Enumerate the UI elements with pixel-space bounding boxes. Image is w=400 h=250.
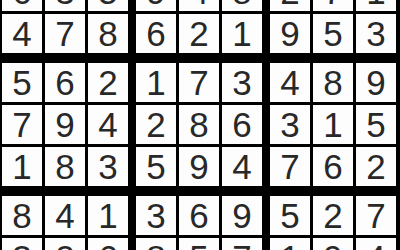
cell-r8c6: 7 xyxy=(222,238,262,250)
cell-r5c8: 1 xyxy=(313,105,353,144)
sudoku-board: 6359482714786219535621734897942863151835… xyxy=(0,0,400,250)
cell-r8c1: 3 xyxy=(2,238,42,250)
cell-r3c6: 1 xyxy=(222,14,262,53)
board-row-8: 326857194 xyxy=(2,238,396,250)
cell-r6c9: 2 xyxy=(356,147,396,186)
cell-r6c3: 3 xyxy=(88,147,128,186)
cell-r4c8: 8 xyxy=(313,63,353,102)
sudoku-screenshot-viewport: 6359482714786219535621734897942863151835… xyxy=(0,0,400,250)
cell-r3c4: 6 xyxy=(136,14,176,53)
cell-r4c1: 5 xyxy=(2,63,42,102)
cell-r5c2: 9 xyxy=(45,105,85,144)
cell-r3c1: 4 xyxy=(2,14,42,53)
cell-r7c8: 2 xyxy=(313,196,353,235)
cell-r7c6: 9 xyxy=(222,196,262,235)
cell-r2c9: 1 xyxy=(356,0,396,11)
cell-r5c3: 4 xyxy=(88,105,128,144)
cell-r7c3: 1 xyxy=(88,196,128,235)
cell-r5c6: 6 xyxy=(222,105,262,144)
cell-r7c7: 5 xyxy=(270,196,310,235)
cell-r2c2: 3 xyxy=(45,0,85,11)
cell-r4c3: 2 xyxy=(88,63,128,102)
cell-r6c7: 7 xyxy=(270,147,310,186)
cell-r3c2: 7 xyxy=(45,14,85,53)
cell-r6c2: 8 xyxy=(45,147,85,186)
cell-r7c2: 4 xyxy=(45,196,85,235)
cell-r7c5: 6 xyxy=(179,196,219,235)
cell-r7c4: 3 xyxy=(136,196,176,235)
cell-r3c8: 5 xyxy=(313,14,353,53)
cell-r4c6: 3 xyxy=(222,63,262,102)
cell-r4c4: 1 xyxy=(136,63,176,102)
cell-r7c1: 8 xyxy=(2,196,42,235)
cell-r8c7: 1 xyxy=(270,238,310,250)
cell-r3c5: 2 xyxy=(179,14,219,53)
cell-r2c8: 7 xyxy=(313,0,353,11)
cell-r8c8: 9 xyxy=(313,238,353,250)
cell-r4c5: 7 xyxy=(179,63,219,102)
board-row-3: 478621953 xyxy=(2,14,396,53)
board-row-5: 794286315 xyxy=(2,105,396,144)
cell-r2c6: 8 xyxy=(222,0,262,11)
board-row-2: 635948271 xyxy=(2,0,396,11)
cell-r7c9: 7 xyxy=(356,196,396,235)
cell-r2c4: 9 xyxy=(136,0,176,11)
cell-r8c2: 2 xyxy=(45,238,85,250)
cell-r4c7: 4 xyxy=(270,63,310,102)
cell-r3c9: 3 xyxy=(356,14,396,53)
cell-r3c3: 8 xyxy=(88,14,128,53)
cell-r6c1: 1 xyxy=(2,147,42,186)
cell-r6c6: 4 xyxy=(222,147,262,186)
cell-r2c7: 2 xyxy=(270,0,310,11)
cell-r2c5: 4 xyxy=(179,0,219,11)
cell-r6c5: 9 xyxy=(179,147,219,186)
cell-r8c3: 6 xyxy=(88,238,128,250)
cell-r2c3: 5 xyxy=(88,0,128,11)
cell-r4c2: 6 xyxy=(45,63,85,102)
cell-r5c7: 3 xyxy=(270,105,310,144)
cell-r6c8: 6 xyxy=(313,147,353,186)
cell-r5c9: 5 xyxy=(356,105,396,144)
cell-r6c4: 5 xyxy=(136,147,176,186)
cell-r8c9: 4 xyxy=(356,238,396,250)
cell-r5c4: 2 xyxy=(136,105,176,144)
cell-r3c7: 9 xyxy=(270,14,310,53)
cell-r5c5: 8 xyxy=(179,105,219,144)
cell-r4c9: 9 xyxy=(356,63,396,102)
cell-r8c4: 8 xyxy=(136,238,176,250)
board-row-4: 562173489 xyxy=(2,63,396,102)
board-row-7: 841369527 xyxy=(2,196,396,235)
cell-r2c1: 6 xyxy=(2,0,42,11)
cell-r8c5: 5 xyxy=(179,238,219,250)
board-row-6: 183594762 xyxy=(2,147,396,186)
cell-r5c1: 7 xyxy=(2,105,42,144)
